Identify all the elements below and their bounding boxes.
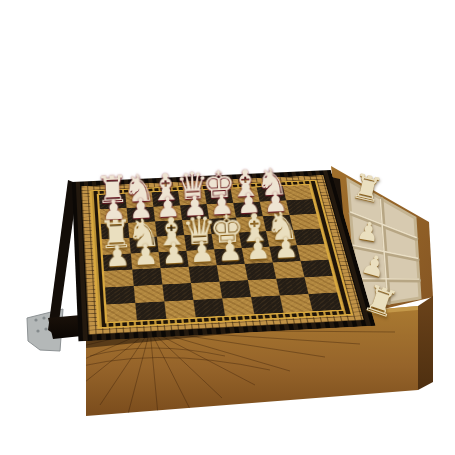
piece-slot-c4: ♟ bbox=[159, 251, 189, 268]
piece-slot-a2 bbox=[105, 286, 135, 304]
piece-slot-f1 bbox=[251, 295, 283, 314]
pieces-layer: ♜♞♝♛♚♝♞♟♟♟♟♟♟♟♜♞♝♛♚♝♞♟♟♟♟♟♟♟ bbox=[99, 185, 342, 322]
piece-slot-d4: ♟ bbox=[186, 249, 216, 266]
piece-slot-b2 bbox=[134, 285, 165, 303]
piece-slot-f4: ♟ bbox=[242, 247, 273, 264]
piece-slot-d2 bbox=[191, 282, 222, 300]
piece-slot-b4: ♟ bbox=[131, 252, 161, 269]
piece-slot-h2 bbox=[304, 276, 337, 294]
piece-slot-d1 bbox=[193, 298, 225, 317]
chess-set-photo: ♜♞♝♛♚♝♞♟♟♟♟♟♟♟♜♞♝♛♚♝♞♟♟♟♟♟♟♟ ♜♟♟♜ bbox=[0, 0, 455, 455]
piece-slot-a3 bbox=[104, 270, 134, 288]
gold-pawn[interactable]: ♟ bbox=[189, 237, 215, 266]
gold-pawn[interactable]: ♟ bbox=[273, 233, 299, 262]
piece-slot-g2 bbox=[276, 277, 308, 295]
gold-pawn[interactable]: ♟ bbox=[104, 241, 131, 271]
piece-slot-h1 bbox=[308, 293, 341, 312]
gold-pawn[interactable]: ♟ bbox=[245, 234, 271, 263]
piece-slot-c1 bbox=[164, 300, 195, 319]
piece-slot-b1 bbox=[135, 301, 166, 320]
piece-slot-a4: ♟ bbox=[103, 253, 132, 270]
piece-slot-c2 bbox=[162, 283, 193, 301]
chess-board-assembly: ♜♞♝♛♚♝♞♟♟♟♟♟♟♟♜♞♝♛♚♝♞♟♟♟♟♟♟♟ bbox=[72, 170, 376, 342]
piece-slot-e1 bbox=[222, 297, 254, 316]
gold-pawn[interactable]: ♟ bbox=[132, 240, 159, 269]
piece-slot-a1 bbox=[106, 303, 137, 322]
gold-pawn[interactable]: ♟ bbox=[217, 236, 243, 265]
piece-slot-b3 bbox=[132, 268, 162, 286]
piece-slot-c3 bbox=[160, 267, 190, 285]
piece-slot-g4: ♟ bbox=[269, 245, 300, 262]
piece-slot-d3 bbox=[189, 265, 220, 283]
piece-slot-f2 bbox=[248, 279, 280, 297]
piece-slot-f3 bbox=[245, 262, 276, 280]
box-right-face bbox=[418, 296, 433, 390]
piece-slot-g1 bbox=[280, 294, 313, 313]
piece-slot-e4: ♟ bbox=[214, 248, 245, 265]
piece-slot-g3 bbox=[273, 261, 305, 279]
piece-slot-h3 bbox=[301, 260, 333, 278]
gold-pawn[interactable]: ♟ bbox=[161, 239, 188, 268]
piece-slot-e2 bbox=[219, 280, 251, 298]
